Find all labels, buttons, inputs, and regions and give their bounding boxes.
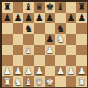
square-d6[interactable] [34,23,45,34]
square-f2[interactable]: ♟ [55,66,66,77]
square-f3[interactable] [55,55,66,66]
square-b6[interactable] [13,23,24,34]
square-e7[interactable]: ♟ [45,13,56,24]
white-bishop[interactable]: ♝ [24,45,33,55]
square-a6[interactable] [2,23,13,34]
square-d1[interactable]: ♛ [34,76,45,87]
square-g6[interactable] [66,23,77,34]
white-pawn[interactable]: ♟ [67,66,76,76]
white-pawn[interactable]: ♟ [24,66,33,76]
square-a5[interactable] [2,34,13,45]
square-f7[interactable] [55,13,66,24]
black-queen[interactable]: ♛ [35,2,44,12]
black-pawn[interactable]: ♟ [46,13,55,23]
white-queen[interactable]: ♛ [35,76,44,86]
square-d2[interactable]: ♟ [34,66,45,77]
square-h1[interactable]: ♜ [76,76,87,87]
black-pawn[interactable]: ♟ [67,13,76,23]
square-c5[interactable] [23,34,34,45]
white-pawn[interactable]: ♟ [3,66,12,76]
white-pawn[interactable]: ♟ [77,66,86,76]
black-rook[interactable]: ♜ [77,2,86,12]
black-knight[interactable]: ♞ [56,23,65,33]
square-g8[interactable] [66,2,77,13]
square-h5[interactable] [76,34,87,45]
square-c4[interactable]: ♝ [23,45,34,56]
square-g2[interactable]: ♟ [66,66,77,77]
black-bishop[interactable]: ♝ [24,2,33,12]
square-f5[interactable]: ♞ [55,34,66,45]
black-pawn[interactable]: ♟ [77,13,86,23]
black-pawn[interactable]: ♟ [3,13,12,23]
black-king[interactable]: ♚ [46,2,55,12]
square-h2[interactable]: ♟ [76,66,87,77]
square-d4[interactable] [34,45,45,56]
square-d3[interactable] [34,55,45,66]
square-a2[interactable]: ♟ [2,66,13,77]
square-e5[interactable]: ♟ [45,34,56,45]
white-knight[interactable]: ♞ [56,34,65,44]
square-e1[interactable]: ♚ [45,76,56,87]
chess-board: ♜♝♛♚♝♜♟♟♟♟♟♟♟♞♞♟♞♝♟♟♟♟♟♟♟♟♜♞♝♛♚♜ [0,0,88,88]
white-pawn[interactable]: ♟ [14,66,23,76]
square-a8[interactable]: ♜ [2,2,13,13]
black-rook[interactable]: ♜ [3,2,12,12]
square-c2[interactable]: ♟ [23,66,34,77]
square-h3[interactable] [76,55,87,66]
white-knight[interactable]: ♞ [14,76,23,86]
square-d5[interactable] [34,34,45,45]
square-c8[interactable]: ♝ [23,2,34,13]
square-h4[interactable] [76,45,87,56]
black-pawn[interactable]: ♟ [35,13,44,23]
square-a1[interactable]: ♜ [2,76,13,87]
square-g7[interactable]: ♟ [66,13,77,24]
square-a4[interactable] [2,45,13,56]
square-f1[interactable] [55,76,66,87]
square-e3[interactable] [45,55,56,66]
square-b8[interactable] [13,2,24,13]
square-f4[interactable] [55,45,66,56]
black-knight[interactable]: ♞ [24,23,33,33]
white-bishop[interactable]: ♝ [24,76,33,86]
square-c6[interactable]: ♞ [23,23,34,34]
white-king[interactable]: ♚ [46,76,55,86]
square-b7[interactable]: ♟ [13,13,24,24]
white-pawn[interactable]: ♟ [35,66,44,76]
white-pawn[interactable]: ♟ [56,66,65,76]
square-a7[interactable]: ♟ [2,13,13,24]
black-pawn[interactable]: ♟ [24,13,33,23]
white-rook[interactable]: ♜ [77,76,86,86]
square-h6[interactable] [76,23,87,34]
white-rook[interactable]: ♜ [3,76,12,86]
square-c3[interactable] [23,55,34,66]
square-b4[interactable] [13,45,24,56]
square-h8[interactable]: ♜ [76,2,87,13]
square-g4[interactable] [66,45,77,56]
square-b1[interactable]: ♞ [13,76,24,87]
square-e4[interactable]: ♟ [45,45,56,56]
square-f8[interactable]: ♝ [55,2,66,13]
square-h7[interactable]: ♟ [76,13,87,24]
square-f6[interactable]: ♞ [55,23,66,34]
black-pawn[interactable]: ♟ [14,13,23,23]
square-b2[interactable]: ♟ [13,66,24,77]
square-d8[interactable]: ♛ [34,2,45,13]
white-pawn[interactable]: ♟ [46,45,55,55]
square-e8[interactable]: ♚ [45,2,56,13]
square-b5[interactable] [13,34,24,45]
square-e2[interactable] [45,66,56,77]
black-pawn[interactable]: ♟ [46,34,55,44]
square-a3[interactable] [2,55,13,66]
square-g3[interactable] [66,55,77,66]
square-g5[interactable] [66,34,77,45]
square-g1[interactable] [66,76,77,87]
square-d7[interactable]: ♟ [34,13,45,24]
black-bishop[interactable]: ♝ [56,2,65,12]
square-e6[interactable] [45,23,56,34]
square-c1[interactable]: ♝ [23,76,34,87]
square-c7[interactable]: ♟ [23,13,34,24]
square-b3[interactable] [13,55,24,66]
